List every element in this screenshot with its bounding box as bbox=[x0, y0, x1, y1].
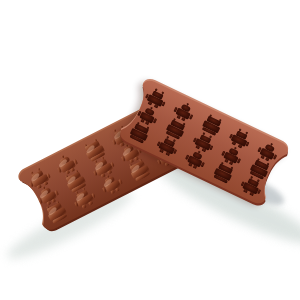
product-photo-canvas bbox=[0, 0, 300, 300]
chocolate-mold-photo bbox=[0, 0, 300, 300]
